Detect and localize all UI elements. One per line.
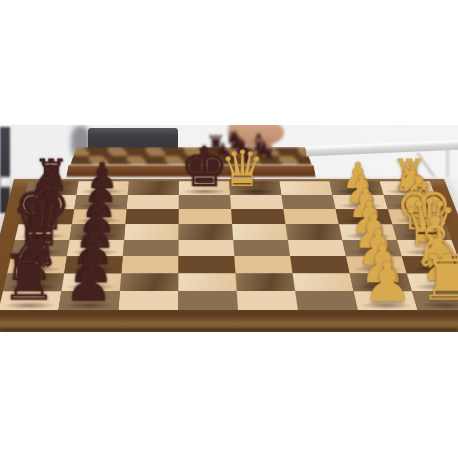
square-d6[interactable] bbox=[123, 240, 179, 256]
square-c6[interactable] bbox=[121, 256, 178, 273]
board-grid: ♜♟♚♛♟♜♞♟♟♞♝♟♟♝♚♟♟♚♛♟♟♛♝♟♟♝♞♟♟♞♜♟♟♜ bbox=[0, 181, 458, 310]
square-a7[interactable]: ♟ bbox=[58, 291, 119, 310]
square-f3[interactable] bbox=[283, 209, 339, 224]
square-g4[interactable] bbox=[230, 195, 283, 209]
piece-light-queen-h4[interactable]: ♛ bbox=[220, 144, 265, 194]
board-scene: ♜♟♚♛♟♜♞♟♟♞♝♟♟♝♚♟♟♚♛♟♟♛♝♟♟♝♞♟♟♞♜♟♟♜ bbox=[0, 125, 458, 332]
square-a3[interactable] bbox=[295, 291, 358, 310]
square-d5[interactable] bbox=[179, 240, 235, 256]
square-g6[interactable] bbox=[127, 195, 179, 209]
square-c5[interactable] bbox=[178, 256, 235, 273]
main-chessboard: ♜♟♚♛♟♜♞♟♟♞♝♟♟♝♚♟♟♚♛♟♟♛♝♟♟♝♞♟♟♞♜♟♟♜ bbox=[0, 179, 458, 332]
chess-set-photo: ♟♜♟♞♟♚♝♟♜♟♞ ♜♟♚♛♟♜♞♟♟♞♝♟♟♝♚♟♟♚♛♟♟♛♝♟♟♝♞♟… bbox=[0, 0, 458, 458]
square-h3[interactable] bbox=[279, 181, 332, 195]
square-b6[interactable] bbox=[120, 273, 179, 291]
square-a8[interactable]: ♜ bbox=[0, 291, 61, 310]
square-e5[interactable] bbox=[179, 224, 234, 240]
square-b3[interactable] bbox=[293, 273, 354, 291]
square-a1[interactable]: ♜ bbox=[412, 291, 458, 310]
square-a6[interactable] bbox=[118, 291, 178, 310]
square-a5[interactable] bbox=[178, 291, 238, 310]
square-a4[interactable] bbox=[237, 291, 298, 310]
square-e6[interactable] bbox=[124, 224, 179, 240]
square-c3[interactable] bbox=[290, 256, 350, 273]
square-f6[interactable] bbox=[125, 209, 179, 224]
square-a2[interactable]: ♟ bbox=[354, 291, 418, 310]
square-f4[interactable] bbox=[231, 209, 285, 224]
square-f5[interactable] bbox=[179, 209, 232, 224]
square-h4[interactable]: ♛ bbox=[229, 181, 281, 195]
square-e4[interactable] bbox=[232, 224, 288, 240]
piece-light-rook-a1[interactable]: ♜ bbox=[419, 246, 458, 309]
square-h6[interactable] bbox=[128, 181, 179, 195]
square-b4[interactable] bbox=[236, 273, 296, 291]
square-e3[interactable] bbox=[286, 224, 343, 240]
square-d4[interactable] bbox=[233, 240, 290, 256]
square-g5[interactable] bbox=[179, 195, 231, 209]
square-d3[interactable] bbox=[288, 240, 346, 256]
piece-dark-rook-a8[interactable]: ♜ bbox=[0, 246, 57, 309]
square-g3[interactable] bbox=[281, 195, 335, 209]
square-b5[interactable] bbox=[178, 273, 236, 291]
square-c4[interactable] bbox=[234, 256, 292, 273]
piece-dark-pawn-a7[interactable]: ♟ bbox=[64, 254, 113, 309]
photo-strip: ♟♜♟♞♟♚♝♟♜♟♞ ♜♟♚♛♟♜♞♟♟♞♝♟♟♝♚♟♟♚♛♟♟♛♝♟♟♝♞♟… bbox=[0, 125, 458, 332]
board-front-shadow bbox=[0, 328, 458, 332]
piece-light-pawn-a2[interactable]: ♟ bbox=[363, 254, 412, 309]
